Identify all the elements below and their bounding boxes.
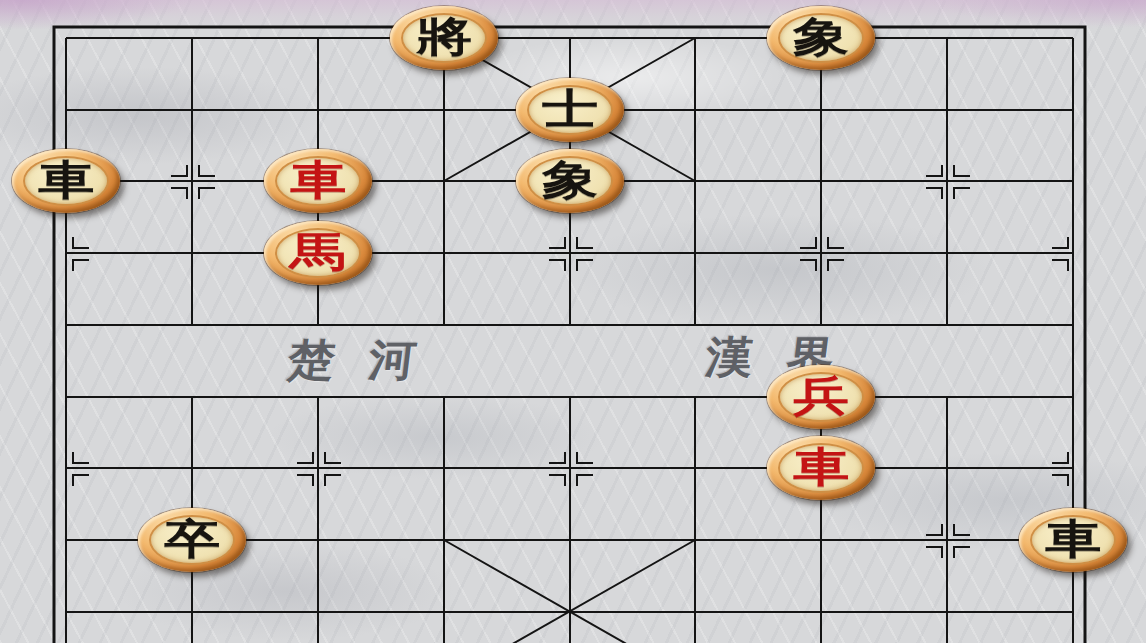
black-soldier[interactable]: 卒 (138, 508, 246, 572)
point-marker (171, 165, 188, 177)
red-horse[interactable]: 馬 (264, 221, 372, 285)
point-marker (171, 187, 188, 199)
point-marker (549, 474, 566, 486)
point-marker (198, 165, 215, 177)
point-marker (827, 237, 844, 249)
black-elephant-1[interactable]: 象 (767, 6, 875, 70)
black-chariot-1[interactable]: 車 (12, 149, 120, 213)
point-marker (827, 259, 844, 271)
point-marker (926, 524, 943, 536)
point-marker (549, 452, 566, 464)
point-marker (549, 259, 566, 271)
piece-character: 士 (541, 88, 597, 129)
piece-character: 兵 (793, 374, 849, 415)
black-chariot-2[interactable]: 車 (1019, 508, 1127, 572)
piece-character: 卒 (164, 518, 220, 559)
piece-character: 車 (290, 159, 346, 200)
point-marker (576, 259, 593, 271)
point-marker (72, 259, 89, 271)
piece-character: 車 (38, 159, 94, 200)
point-marker (324, 452, 341, 464)
piece-character: 馬 (290, 231, 346, 272)
point-marker (297, 474, 314, 486)
piece-character: 車 (1045, 518, 1101, 559)
point-marker (800, 237, 817, 249)
black-advisor[interactable]: 士 (516, 78, 624, 142)
point-marker (1052, 259, 1069, 271)
point-marker (1052, 237, 1069, 249)
xiangqi-board: 楚河 漢界 將象士車車象馬兵車卒車 (0, 0, 1146, 643)
point-marker (926, 165, 943, 177)
red-soldier[interactable]: 兵 (767, 365, 875, 429)
point-marker (953, 546, 970, 558)
point-marker (72, 452, 89, 464)
point-marker (72, 237, 89, 249)
point-marker (324, 474, 341, 486)
point-marker (576, 474, 593, 486)
point-marker (800, 259, 817, 271)
point-marker (72, 474, 89, 486)
point-marker (549, 237, 566, 249)
point-marker (576, 237, 593, 249)
point-marker (926, 187, 943, 199)
point-marker (576, 452, 593, 464)
river-label-left: 楚河 (285, 338, 452, 381)
point-marker (953, 187, 970, 199)
red-chariot-2[interactable]: 車 (767, 436, 875, 500)
point-marker (953, 165, 970, 177)
piece-character: 車 (793, 446, 849, 487)
piece-character: 象 (793, 16, 849, 57)
black-elephant-2[interactable]: 象 (516, 149, 624, 213)
point-marker (297, 452, 314, 464)
point-marker (953, 524, 970, 536)
black-general[interactable]: 將 (390, 6, 498, 70)
piece-character: 將 (416, 16, 472, 57)
red-chariot-1[interactable]: 車 (264, 149, 372, 213)
point-marker (1052, 452, 1069, 464)
piece-character: 象 (541, 159, 597, 200)
point-marker (198, 187, 215, 199)
point-marker (1052, 474, 1069, 486)
point-marker (926, 546, 943, 558)
